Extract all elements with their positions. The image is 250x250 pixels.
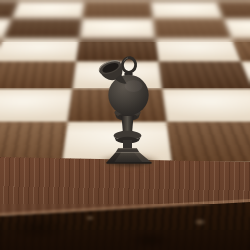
board-square [167,122,250,162]
ring-loop-icon [121,57,137,77]
board-square [0,38,79,61]
board-square [79,18,155,38]
board-square [150,1,223,18]
board-square [0,61,76,88]
board-square [153,18,232,38]
photo-frame [0,0,250,250]
black-pawn-piece [95,50,157,165]
board-square [3,18,82,38]
board-square [12,1,85,18]
board-square [0,122,68,162]
board-square [82,1,153,18]
board-square [216,1,250,18]
board-square [159,61,250,88]
board-square [0,89,72,122]
board-square [155,38,241,61]
board-square [162,89,250,122]
